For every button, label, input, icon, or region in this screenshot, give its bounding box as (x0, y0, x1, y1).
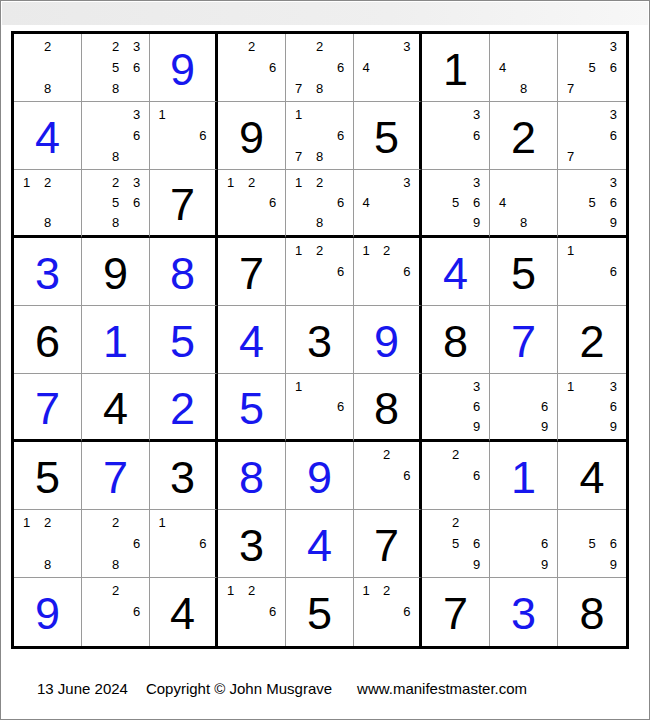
pencil-mark-4 (16, 533, 37, 554)
pencil-mark-3 (262, 580, 283, 601)
pencil-mark-4 (288, 125, 309, 146)
pencil-mark-2: 2 (376, 444, 396, 465)
pencil-mark-3 (534, 512, 555, 533)
pencil-mark-3 (466, 444, 487, 465)
pencil-mark-1 (356, 172, 376, 192)
pencil-mark-9 (534, 78, 555, 99)
pencil-mark-8 (376, 78, 396, 99)
cell-r1c3[interactable]: 9 (150, 34, 218, 102)
cell-r5c9[interactable]: 2 (558, 306, 626, 374)
cell-r5c5[interactable]: 3 (286, 306, 354, 374)
pencil-mark-5 (241, 192, 262, 212)
pencil-mark-8: 8 (309, 146, 330, 167)
pencil-mark-9: 9 (534, 417, 555, 437)
pencil-mark-8: 8 (37, 554, 58, 575)
pencil-mark-5: 5 (581, 192, 602, 212)
cell-r9c9[interactable]: 8 (558, 578, 626, 646)
pencil-mark-3 (58, 512, 79, 533)
pencil-mark-5 (581, 125, 602, 146)
pencil-marks: 1369 (560, 376, 624, 437)
pencil-marks: 36 (424, 104, 487, 167)
pencil-mark-8: 8 (309, 78, 330, 99)
pencil-mark-9: 9 (466, 554, 487, 575)
pencil-mark-6: 6 (126, 192, 147, 212)
pencil-mark-5 (376, 57, 396, 78)
pencil-mark-8: 8 (309, 213, 330, 233)
cell-r2c4[interactable]: 9 (218, 102, 286, 170)
pencil-mark-5 (513, 396, 534, 416)
pencil-mark-6: 6 (330, 396, 351, 416)
cell-r3c3[interactable]: 7 (150, 170, 218, 238)
pencil-mark-5 (172, 533, 192, 554)
pencil-marks: 26 (356, 444, 417, 507)
cell-r3c5[interactable]: 1268 (286, 170, 354, 238)
pencil-mark-3: 3 (603, 104, 624, 125)
pencil-mark-7: 7 (288, 146, 309, 167)
pencil-mark-2 (513, 172, 534, 192)
pencil-mark-1: 1 (220, 172, 241, 192)
pencil-mark-5 (241, 601, 262, 622)
pencil-mark-8: 8 (513, 213, 534, 233)
cell-r2c8[interactable]: 2 (490, 102, 558, 170)
cell-r2c5[interactable]: 1678 (286, 102, 354, 170)
cell-r3c1[interactable]: 128 (14, 170, 82, 238)
pencil-mark-6: 6 (397, 465, 417, 486)
cell-r8c2[interactable]: 268 (82, 510, 150, 578)
pencil-mark-3 (262, 36, 283, 57)
sudoku-board: 2823568926267834148356743681691678536236… (11, 31, 629, 649)
pencil-marks: 16 (560, 240, 624, 303)
cell-r6c1[interactable]: 7 (14, 374, 82, 442)
pencil-mark-1 (84, 512, 105, 533)
pencil-mark-6: 6 (330, 261, 351, 282)
cell-r2c3[interactable]: 16 (150, 102, 218, 170)
pencil-mark-8 (376, 486, 396, 507)
pencil-mark-5 (376, 601, 396, 622)
pencil-mark-3 (330, 172, 351, 192)
big-digit: 7 (170, 179, 195, 227)
big-digit: 7 (103, 452, 128, 500)
pencil-mark-4 (84, 125, 105, 146)
pencil-mark-7 (288, 417, 309, 437)
pencil-mark-1 (560, 172, 581, 192)
pencil-mark-1 (288, 36, 309, 57)
pencil-mark-1 (492, 172, 513, 192)
big-digit: 6 (35, 316, 60, 364)
pencil-mark-2 (581, 240, 602, 261)
pencil-mark-3: 3 (603, 172, 624, 192)
pencil-mark-2 (105, 104, 126, 125)
pencil-mark-3 (58, 36, 79, 57)
pencil-mark-2: 2 (376, 580, 396, 601)
cell-r8c7[interactable]: 2569 (422, 510, 490, 578)
pencil-mark-9 (466, 486, 487, 507)
pencil-mark-5 (105, 125, 126, 146)
cell-r8c6[interactable]: 7 (354, 510, 422, 578)
pencil-mark-1: 1 (560, 240, 581, 261)
pencil-mark-9 (58, 554, 79, 575)
pencil-mark-1: 1 (16, 172, 37, 192)
footer-website[interactable]: www.manifestmaster.com (357, 680, 527, 697)
pencil-mark-1: 1 (356, 240, 376, 261)
pencil-mark-4 (220, 57, 241, 78)
cell-r7c9[interactable]: 4 (558, 442, 626, 510)
pencil-marks: 34 (356, 36, 417, 99)
cell-r7c4[interactable]: 8 (218, 442, 286, 510)
pencil-mark-3 (397, 240, 417, 261)
pencil-mark-4 (288, 192, 309, 212)
pencil-mark-9 (466, 146, 487, 167)
pencil-marks: 3569 (560, 172, 624, 233)
pencil-mark-8: 8 (513, 78, 534, 99)
pencil-mark-9 (126, 623, 147, 644)
cell-r9c8[interactable]: 3 (490, 578, 558, 646)
cell-r9c1[interactable]: 9 (14, 578, 82, 646)
pencil-mark-9 (534, 213, 555, 233)
pencil-mark-3 (330, 376, 351, 396)
pencil-marks: 2569 (424, 512, 487, 575)
pencil-mark-3: 3 (126, 36, 147, 57)
pencil-mark-5 (513, 57, 534, 78)
sudoku-app-window: 2823568926267834148356743681691678536236… (0, 0, 650, 720)
big-digit: 4 (170, 588, 195, 636)
cell-r4c8[interactable]: 5 (490, 238, 558, 306)
pencil-mark-4 (560, 125, 581, 146)
pencil-mark-9: 9 (603, 554, 624, 575)
pencil-mark-9: 9 (466, 213, 487, 233)
pencil-mark-8 (581, 78, 602, 99)
cell-r7c6[interactable]: 26 (354, 442, 422, 510)
pencil-marks: 126 (220, 580, 283, 644)
cell-r1c4[interactable]: 26 (218, 34, 286, 102)
pencil-marks: 3569 (424, 172, 487, 233)
pencil-mark-1 (560, 104, 581, 125)
pencil-mark-8 (105, 623, 126, 644)
pencil-mark-6: 6 (603, 192, 624, 212)
cell-r6c6[interactable]: 8 (354, 374, 422, 442)
big-digit: 3 (307, 316, 332, 364)
pencil-mark-6: 6 (466, 125, 487, 146)
pencil-mark-4 (560, 261, 581, 282)
cell-r5c1[interactable]: 6 (14, 306, 82, 374)
pencil-mark-5 (37, 533, 58, 554)
pencil-mark-9 (397, 282, 417, 303)
pencil-mark-2: 2 (105, 172, 126, 192)
cell-r9c4[interactable]: 126 (218, 578, 286, 646)
cell-r3c8[interactable]: 48 (490, 170, 558, 238)
cell-r3c7[interactable]: 3569 (422, 170, 490, 238)
pencil-mark-3 (603, 512, 624, 533)
pencil-mark-3 (126, 580, 147, 601)
pencil-mark-6: 6 (126, 533, 147, 554)
pencil-mark-7 (84, 213, 105, 233)
pencil-mark-2 (513, 512, 534, 533)
pencil-marks: 26 (84, 580, 147, 644)
pencil-mark-6: 6 (126, 601, 147, 622)
pencil-mark-6: 6 (330, 57, 351, 78)
cell-r9c5[interactable]: 5 (286, 578, 354, 646)
cell-r3c6[interactable]: 34 (354, 170, 422, 238)
cell-r6c3[interactable]: 2 (150, 374, 218, 442)
pencil-mark-9 (603, 146, 624, 167)
pencil-mark-1 (492, 512, 513, 533)
pencil-mark-3: 3 (397, 36, 417, 57)
cell-r6c7[interactable]: 369 (422, 374, 490, 442)
pencil-mark-8: 8 (37, 213, 58, 233)
big-digit: 2 (511, 112, 536, 160)
cell-r4c3[interactable]: 8 (150, 238, 218, 306)
pencil-marks: 126 (220, 172, 283, 233)
pencil-marks: 128 (16, 172, 79, 233)
pencil-mark-4 (492, 396, 513, 416)
pencil-marks: 3567 (560, 36, 624, 99)
cell-r7c8[interactable]: 1 (490, 442, 558, 510)
pencil-mark-2: 2 (445, 512, 466, 533)
pencil-mark-6: 6 (126, 125, 147, 146)
pencil-marks: 367 (560, 104, 624, 167)
cell-r1c7[interactable]: 1 (422, 34, 490, 102)
pencil-marks: 48 (492, 36, 555, 99)
cell-r4c1[interactable]: 3 (14, 238, 82, 306)
cell-r3c4[interactable]: 126 (218, 170, 286, 238)
pencil-mark-4 (356, 465, 376, 486)
pencil-mark-2: 2 (37, 512, 58, 533)
cell-r8c1[interactable]: 128 (14, 510, 82, 578)
cell-r1c9[interactable]: 3567 (558, 34, 626, 102)
cell-r8c5[interactable]: 4 (286, 510, 354, 578)
pencil-mark-1 (424, 512, 445, 533)
pencil-mark-6: 6 (466, 533, 487, 554)
pencil-mark-7 (152, 554, 172, 575)
pencil-mark-2 (581, 36, 602, 57)
cell-r6c9[interactable]: 1369 (558, 374, 626, 442)
pencil-marks: 369 (424, 376, 487, 437)
big-digit: 9 (307, 452, 332, 500)
pencil-mark-2: 2 (105, 36, 126, 57)
pencil-marks: 126 (356, 240, 417, 303)
cell-r8c8[interactable]: 69 (490, 510, 558, 578)
pencil-mark-1: 1 (356, 580, 376, 601)
cell-r9c3[interactable]: 4 (150, 578, 218, 646)
cell-r6c8[interactable]: 69 (490, 374, 558, 442)
big-digit: 8 (239, 452, 264, 500)
pencil-mark-3 (330, 104, 351, 125)
pencil-mark-4: 4 (492, 57, 513, 78)
cell-r9c7[interactable]: 7 (422, 578, 490, 646)
pencil-mark-9 (126, 213, 147, 233)
big-digit: 3 (170, 452, 195, 500)
cell-r1c1[interactable]: 28 (14, 34, 82, 102)
pencil-mark-3 (126, 512, 147, 533)
pencil-mark-2 (513, 36, 534, 57)
pencil-marks: 69 (492, 512, 555, 575)
pencil-mark-9: 9 (603, 213, 624, 233)
pencil-mark-5: 5 (105, 192, 126, 212)
cell-r6c4[interactable]: 5 (218, 374, 286, 442)
cell-r7c5[interactable]: 9 (286, 442, 354, 510)
pencil-mark-9 (603, 78, 624, 99)
cell-r6c5[interactable]: 16 (286, 374, 354, 442)
pencil-mark-7 (16, 213, 37, 233)
pencil-mark-2 (376, 172, 396, 192)
pencil-mark-7 (492, 78, 513, 99)
pencil-mark-7 (424, 146, 445, 167)
pencil-mark-9 (330, 417, 351, 437)
pencil-marks: 16 (152, 512, 213, 575)
pencil-mark-3: 3 (126, 172, 147, 192)
cell-r1c8[interactable]: 48 (490, 34, 558, 102)
pencil-mark-2 (309, 376, 330, 396)
pencil-marks: 26 (424, 444, 487, 507)
pencil-mark-1: 1 (288, 104, 309, 125)
pencil-mark-2: 2 (309, 172, 330, 192)
cell-r2c6[interactable]: 5 (354, 102, 422, 170)
cell-r8c4[interactable]: 3 (218, 510, 286, 578)
pencil-mark-9 (262, 623, 283, 644)
pencil-mark-6: 6 (262, 601, 283, 622)
pencil-marks: 1268 (288, 172, 351, 233)
footer: 13 June 2024Copyright © John Musgravewww… (37, 680, 527, 697)
pencil-mark-4 (492, 533, 513, 554)
pencil-mark-6: 6 (397, 261, 417, 282)
pencil-mark-8 (581, 213, 602, 233)
cell-r5c8[interactable]: 7 (490, 306, 558, 374)
pencil-mark-1 (424, 104, 445, 125)
cell-r6c2[interactable]: 4 (82, 374, 150, 442)
pencil-mark-6 (534, 192, 555, 212)
cell-r5c2[interactable]: 1 (82, 306, 150, 374)
pencil-mark-2: 2 (37, 172, 58, 192)
cell-r4c7[interactable]: 4 (422, 238, 490, 306)
cell-r4c9[interactable]: 16 (558, 238, 626, 306)
cell-r3c2[interactable]: 23568 (82, 170, 150, 238)
pencil-mark-9: 9 (603, 417, 624, 437)
pencil-mark-8 (445, 417, 466, 437)
pencil-mark-7 (220, 213, 241, 233)
pencil-mark-4 (424, 396, 445, 416)
pencil-mark-2 (172, 104, 192, 125)
pencil-marks: 28 (16, 36, 79, 99)
pencil-mark-8: 8 (105, 213, 126, 233)
cell-r2c2[interactable]: 368 (82, 102, 150, 170)
pencil-mark-8 (376, 623, 396, 644)
big-digit: 4 (103, 383, 128, 431)
cell-r7c1[interactable]: 5 (14, 442, 82, 510)
pencil-mark-8 (581, 146, 602, 167)
pencil-marks: 69 (492, 376, 555, 437)
cell-r4c5[interactable]: 126 (286, 238, 354, 306)
big-digit: 1 (443, 44, 468, 92)
cell-r5c7[interactable]: 8 (422, 306, 490, 374)
pencil-mark-6 (58, 192, 79, 212)
cell-r7c3[interactable]: 3 (150, 442, 218, 510)
cell-r5c4[interactable]: 4 (218, 306, 286, 374)
cell-r1c6[interactable]: 34 (354, 34, 422, 102)
pencil-mark-4 (152, 533, 172, 554)
pencil-mark-4 (152, 125, 172, 146)
big-digit: 7 (239, 248, 264, 296)
footer-date: 13 June 2024 (37, 680, 128, 697)
pencil-mark-5 (37, 57, 58, 78)
pencil-mark-6: 6 (603, 396, 624, 416)
pencil-mark-4 (424, 465, 445, 486)
pencil-mark-6 (397, 192, 417, 212)
pencil-mark-3 (397, 444, 417, 465)
cell-r2c1[interactable]: 4 (14, 102, 82, 170)
big-digit: 9 (103, 248, 128, 296)
pencil-mark-8 (581, 282, 602, 303)
cell-r9c2[interactable]: 26 (82, 578, 150, 646)
pencil-mark-9 (193, 146, 213, 167)
pencil-mark-2: 2 (241, 36, 262, 57)
footer-copyright: Copyright © John Musgrave (146, 680, 332, 697)
pencil-mark-3 (397, 580, 417, 601)
cell-r4c6[interactable]: 126 (354, 238, 422, 306)
pencil-mark-1: 1 (152, 512, 172, 533)
pencil-mark-9 (603, 282, 624, 303)
pencil-mark-6: 6 (330, 125, 351, 146)
cell-r5c6[interactable]: 9 (354, 306, 422, 374)
pencil-mark-8 (309, 417, 330, 437)
pencil-mark-2: 2 (37, 36, 58, 57)
cell-r2c7[interactable]: 36 (422, 102, 490, 170)
pencil-mark-3: 3 (466, 104, 487, 125)
pencil-mark-8: 8 (105, 554, 126, 575)
cell-r7c7[interactable]: 26 (422, 442, 490, 510)
cell-r7c2[interactable]: 7 (82, 442, 150, 510)
pencil-marks: 368 (84, 104, 147, 167)
pencil-mark-7 (84, 554, 105, 575)
pencil-mark-4 (356, 601, 376, 622)
cell-r4c4[interactable]: 7 (218, 238, 286, 306)
cell-r2c9[interactable]: 367 (558, 102, 626, 170)
cell-r4c2[interactable]: 9 (82, 238, 150, 306)
pencil-mark-1 (560, 36, 581, 57)
cell-r8c9[interactable]: 569 (558, 510, 626, 578)
cell-r8c3[interactable]: 16 (150, 510, 218, 578)
pencil-mark-2 (445, 104, 466, 125)
pencil-mark-6: 6 (193, 125, 213, 146)
cell-r5c3[interactable]: 5 (150, 306, 218, 374)
pencil-mark-9 (262, 213, 283, 233)
pencil-mark-5 (445, 125, 466, 146)
pencil-mark-7 (424, 486, 445, 507)
pencil-mark-1 (356, 36, 376, 57)
pencil-mark-2 (581, 512, 602, 533)
pencil-mark-6: 6 (330, 192, 351, 212)
pencil-mark-2 (581, 104, 602, 125)
cell-r1c2[interactable]: 23568 (82, 34, 150, 102)
pencil-mark-6: 6 (397, 601, 417, 622)
pencil-mark-2 (376, 36, 396, 57)
pencil-mark-6: 6 (603, 125, 624, 146)
cell-r1c5[interactable]: 2678 (286, 34, 354, 102)
pencil-mark-8 (376, 213, 396, 233)
big-digit: 4 (239, 316, 264, 364)
pencil-mark-1 (356, 444, 376, 465)
pencil-mark-2 (445, 172, 466, 192)
pencil-mark-4: 4 (356, 192, 376, 212)
pencil-mark-5: 5 (105, 57, 126, 78)
pencil-mark-7 (492, 213, 513, 233)
pencil-mark-7 (84, 146, 105, 167)
pencil-mark-8 (445, 213, 466, 233)
cell-r3c9[interactable]: 3569 (558, 170, 626, 238)
pencil-mark-3 (193, 104, 213, 125)
cell-r9c6[interactable]: 126 (354, 578, 422, 646)
pencil-mark-1 (220, 36, 241, 57)
pencil-mark-5 (581, 396, 602, 416)
